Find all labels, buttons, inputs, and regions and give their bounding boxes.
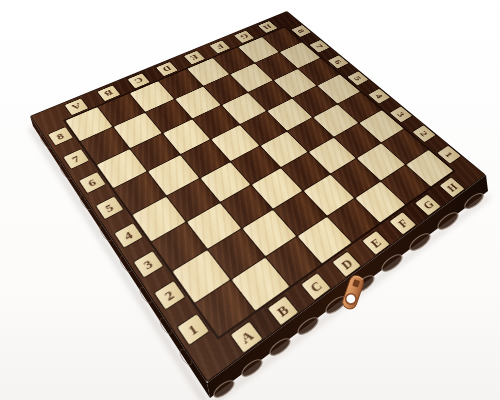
- rank-label-left-2: 2: [154, 282, 184, 310]
- file-label-bottom-g-text: G: [418, 196, 438, 213]
- file-label-bottom-b-text: B: [272, 299, 293, 321]
- file-label-bottom-d-text: D: [336, 254, 357, 274]
- rank-label-left-5: 5: [96, 197, 123, 220]
- rank-label-right-8-text: 8: [294, 28, 308, 35]
- rank-label-left-8-text: 8: [54, 130, 67, 143]
- rank-label-left-7: 7: [63, 149, 88, 169]
- rank-label-left-7-text: 7: [69, 152, 83, 166]
- file-label-top-g-text: G: [237, 31, 252, 41]
- file-label-bottom-c-text: C: [305, 276, 326, 297]
- file-label-top-h-text: H: [260, 22, 274, 32]
- rank-label-left-4: 4: [114, 223, 142, 247]
- rank-label-left-1-text: 1: [183, 319, 202, 341]
- rank-label-left-8: 8: [48, 127, 73, 145]
- file-label-bottom-h: H: [439, 177, 464, 197]
- file-label-top-d-text: D: [160, 63, 175, 74]
- file-label-bottom-h-text: H: [442, 179, 461, 195]
- rank-label-left-1: 1: [177, 314, 208, 345]
- file-label-bottom-e-text: E: [366, 233, 386, 251]
- rank-label-right-4-text: 4: [371, 92, 386, 101]
- product-photo-stage: AABBCCDDEEFFGGHH8877665544332211: [0, 0, 500, 400]
- file-label-top-a-text: A: [69, 100, 84, 113]
- rank-label-left-6: 6: [79, 172, 105, 193]
- rank-label-right-5-text: 5: [351, 74, 365, 83]
- rank-label-left-2-text: 2: [161, 286, 179, 306]
- rank-label-right-3-text: 3: [393, 110, 408, 120]
- rank-label-left-3: 3: [133, 252, 162, 278]
- rank-label-left-5-text: 5: [102, 200, 117, 216]
- rank-label-right-2-text: 2: [417, 129, 432, 139]
- file-label-bottom-f-text: F: [393, 214, 412, 231]
- file-label-top-e-text: E: [187, 52, 201, 63]
- file-label-bottom-a-text: A: [235, 324, 257, 348]
- file-label-top-f-text: F: [213, 42, 226, 52]
- rank-label-right-1-text: 1: [441, 149, 456, 160]
- file-label-top-b-text: B: [101, 87, 115, 99]
- rank-label-left-3-text: 3: [140, 255, 157, 274]
- rank-label-left-4-text: 4: [120, 227, 136, 244]
- file-label-top-c-text: C: [131, 75, 146, 87]
- rank-label-left-6-text: 6: [85, 175, 99, 190]
- rank-label-right-7-text: 7: [312, 42, 326, 50]
- rank-label-right-6-text: 6: [331, 58, 345, 66]
